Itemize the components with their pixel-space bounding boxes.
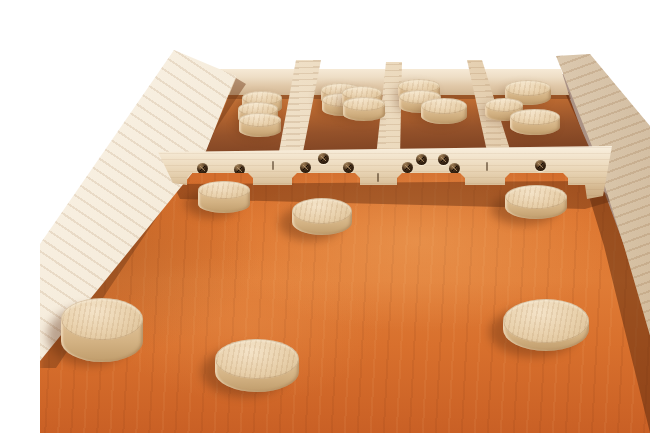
playfield-discs-layer — [40, 16, 650, 433]
disc-playfield-right[interactable] — [40, 16, 650, 433]
disc-top-face — [503, 299, 589, 343]
sjoelbak-board-photo: Sjoelbak (Dutch shuffleboard) with woode… — [40, 16, 650, 433]
